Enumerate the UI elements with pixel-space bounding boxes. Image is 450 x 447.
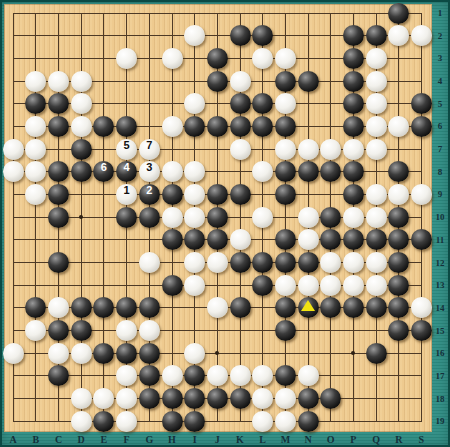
black-stone-P6	[343, 116, 364, 137]
black-stone-M9	[275, 184, 296, 205]
black-stone-J18	[207, 388, 228, 409]
white-stone-B4	[25, 71, 46, 92]
white-stone-S9	[411, 184, 432, 205]
row-label-19: 19	[432, 416, 448, 426]
white-stone-Q9	[366, 184, 387, 205]
white-stone-L19	[252, 411, 273, 432]
black-stone-F10	[116, 207, 137, 228]
column-label-F: F	[119, 434, 135, 445]
white-stone-C16	[48, 343, 69, 364]
black-stone-H11	[162, 229, 183, 250]
white-stone-K17	[230, 365, 251, 386]
white-stone-H17	[162, 365, 183, 386]
white-stone-K7	[230, 139, 251, 160]
column-label-Q: Q	[368, 434, 384, 445]
white-stone-L3	[252, 48, 273, 69]
black-stone-J11	[207, 229, 228, 250]
white-stone-L10	[252, 207, 273, 228]
black-stone-Q14	[366, 297, 387, 318]
row-label-9: 9	[432, 189, 448, 199]
black-stone-F16	[116, 343, 137, 364]
black-stone-K14	[230, 297, 251, 318]
black-stone-G10	[139, 207, 160, 228]
white-stone-C4	[48, 71, 69, 92]
column-label-R: R	[391, 434, 407, 445]
white-stone-A8	[3, 161, 24, 182]
white-stone-Q7	[366, 139, 387, 160]
column-label-D: D	[73, 434, 89, 445]
row-label-3: 3	[432, 53, 448, 63]
white-stone-H10	[162, 207, 183, 228]
column-label-S: S	[413, 434, 429, 445]
grid-line-vertical	[421, 13, 422, 422]
white-stone-Q12	[366, 252, 387, 273]
black-stone-K5	[230, 93, 251, 114]
white-stone-Q6	[366, 116, 387, 137]
white-stone-I10	[184, 207, 205, 228]
white-stone-I12	[184, 252, 205, 273]
white-stone-N11	[298, 229, 319, 250]
row-label-14: 14	[432, 303, 448, 313]
white-stone-M13	[275, 275, 296, 296]
white-stone-F3	[116, 48, 137, 69]
black-stone-M6	[275, 116, 296, 137]
black-stone-N4	[298, 71, 319, 92]
white-stone-K4	[230, 71, 251, 92]
row-label-13: 13	[432, 280, 448, 290]
black-stone-G18	[139, 388, 160, 409]
black-stone-G9	[139, 184, 160, 205]
white-stone-D19	[71, 411, 92, 432]
black-stone-J3	[207, 48, 228, 69]
white-stone-N7	[298, 139, 319, 160]
white-stone-P10	[343, 207, 364, 228]
white-stone-G8	[139, 161, 160, 182]
black-stone-G14	[139, 297, 160, 318]
white-stone-J12	[207, 252, 228, 273]
row-label-18: 18	[432, 394, 448, 404]
white-stone-D5	[71, 93, 92, 114]
white-stone-M19	[275, 411, 296, 432]
column-label-E: E	[96, 434, 112, 445]
white-stone-Q4	[366, 71, 387, 92]
column-label-J: J	[209, 434, 225, 445]
black-stone-R10	[388, 207, 409, 228]
black-stone-J10	[207, 207, 228, 228]
black-stone-M4	[275, 71, 296, 92]
black-stone-J4	[207, 71, 228, 92]
black-stone-G16	[139, 343, 160, 364]
column-label-K: K	[232, 434, 248, 445]
column-label-N: N	[300, 434, 316, 445]
column-label-L: L	[255, 434, 271, 445]
black-stone-D7	[71, 139, 92, 160]
black-stone-K12	[230, 252, 251, 273]
black-stone-N18	[298, 388, 319, 409]
white-stone-M7	[275, 139, 296, 160]
white-stone-P12	[343, 252, 364, 273]
white-stone-N10	[298, 207, 319, 228]
black-stone-K2	[230, 25, 251, 46]
white-stone-D6	[71, 116, 92, 137]
black-stone-D15	[71, 320, 92, 341]
white-stone-J14	[207, 297, 228, 318]
black-stone-D8	[71, 161, 92, 182]
black-stone-I19	[184, 411, 205, 432]
black-stone-H9	[162, 184, 183, 205]
row-label-8: 8	[432, 167, 448, 177]
white-stone-F7	[116, 139, 137, 160]
row-label-16: 16	[432, 348, 448, 358]
black-stone-S15	[411, 320, 432, 341]
black-stone-E16	[93, 343, 114, 364]
white-stone-Q3	[366, 48, 387, 69]
black-stone-K9	[230, 184, 251, 205]
column-label-I: I	[187, 434, 203, 445]
black-stone-P5	[343, 93, 364, 114]
white-stone-P13	[343, 275, 364, 296]
column-label-G: G	[141, 434, 157, 445]
column-label-A: A	[5, 434, 21, 445]
row-label-17: 17	[432, 371, 448, 381]
white-stone-D18	[71, 388, 92, 409]
black-stone-N8	[298, 161, 319, 182]
column-label-B: B	[28, 434, 44, 445]
black-stone-N14	[298, 297, 319, 318]
black-stone-R13	[388, 275, 409, 296]
black-stone-M12	[275, 252, 296, 273]
black-stone-C15	[48, 320, 69, 341]
black-stone-H18	[162, 388, 183, 409]
white-stone-Q5	[366, 93, 387, 114]
black-stone-Q16	[366, 343, 387, 364]
row-label-1: 1	[432, 8, 448, 18]
black-stone-P3	[343, 48, 364, 69]
white-stone-G12	[139, 252, 160, 273]
white-stone-I16	[184, 343, 205, 364]
black-stone-L13	[252, 275, 273, 296]
white-stone-D16	[71, 343, 92, 364]
white-stone-I9	[184, 184, 205, 205]
black-stone-D14	[71, 297, 92, 318]
black-stone-H13	[162, 275, 183, 296]
black-stone-R1	[388, 3, 409, 24]
black-stone-C6	[48, 116, 69, 137]
go-board-frame: 1234567 ABCDEFGHIJKLMNOPQRS 123456789101…	[0, 0, 450, 447]
black-stone-S6	[411, 116, 432, 137]
white-stone-Q10	[366, 207, 387, 228]
black-stone-P2	[343, 25, 364, 46]
row-label-5: 5	[432, 99, 448, 109]
black-stone-Q2	[366, 25, 387, 46]
row-label-12: 12	[432, 258, 448, 268]
column-label-H: H	[164, 434, 180, 445]
black-stone-C9	[48, 184, 69, 205]
white-stone-M5	[275, 93, 296, 114]
white-stone-G15	[139, 320, 160, 341]
black-stone-Q11	[366, 229, 387, 250]
white-stone-K11	[230, 229, 251, 250]
black-stone-P4	[343, 71, 364, 92]
white-stone-H8	[162, 161, 183, 182]
black-stone-I6	[184, 116, 205, 137]
row-label-10: 10	[432, 212, 448, 222]
column-label-P: P	[345, 434, 361, 445]
column-label-C: C	[51, 434, 67, 445]
black-stone-O10	[320, 207, 341, 228]
white-stone-A16	[3, 343, 24, 364]
black-stone-N12	[298, 252, 319, 273]
black-stone-J9	[207, 184, 228, 205]
column-label-M: M	[277, 434, 293, 445]
black-stone-K18	[230, 388, 251, 409]
column-label-O: O	[323, 434, 339, 445]
white-stone-G7	[139, 139, 160, 160]
white-stone-O7	[320, 139, 341, 160]
row-label-15: 15	[432, 326, 448, 336]
row-label-4: 4	[432, 76, 448, 86]
white-stone-S2	[411, 25, 432, 46]
black-stone-M15	[275, 320, 296, 341]
black-stone-J6	[207, 116, 228, 137]
row-label-11: 11	[432, 235, 448, 245]
black-stone-H19	[162, 411, 183, 432]
white-stone-D4	[71, 71, 92, 92]
black-stone-S5	[411, 93, 432, 114]
white-stone-F19	[116, 411, 137, 432]
white-stone-M18	[275, 388, 296, 409]
white-stone-P7	[343, 139, 364, 160]
black-stone-C10	[48, 207, 69, 228]
black-stone-N19	[298, 411, 319, 432]
white-stone-F15	[116, 320, 137, 341]
row-label-6: 6	[432, 121, 448, 131]
white-stone-B7	[25, 139, 46, 160]
white-stone-O13	[320, 275, 341, 296]
white-stone-H3	[162, 48, 183, 69]
black-stone-P9	[343, 184, 364, 205]
white-stone-F9	[116, 184, 137, 205]
white-stone-H6	[162, 116, 183, 137]
black-stone-E19	[93, 411, 114, 432]
white-stone-M3	[275, 48, 296, 69]
black-stone-L6	[252, 116, 273, 137]
black-stone-C12	[48, 252, 69, 273]
white-stone-N17	[298, 365, 319, 386]
black-stone-F6	[116, 116, 137, 137]
white-stone-N13	[298, 275, 319, 296]
white-stone-I13	[184, 275, 205, 296]
black-stone-K6	[230, 116, 251, 137]
row-label-7: 7	[432, 144, 448, 154]
row-label-2: 2	[432, 31, 448, 41]
white-stone-Q13	[366, 275, 387, 296]
white-stone-A7	[3, 139, 24, 160]
